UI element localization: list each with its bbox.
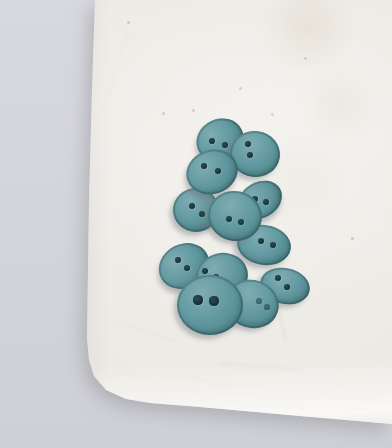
- button-hole: [264, 304, 269, 309]
- button-hole: [209, 296, 218, 305]
- button-hole: [256, 298, 261, 303]
- button-face: [203, 186, 266, 246]
- photo-scene: [0, 0, 392, 448]
- button-low-cluster-front: [169, 267, 251, 343]
- button-mid-cluster-front: [200, 183, 270, 249]
- button-hole: [193, 295, 202, 304]
